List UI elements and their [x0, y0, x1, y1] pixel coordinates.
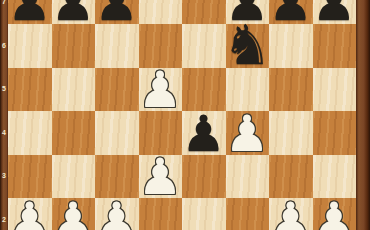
square-c5[interactable] — [95, 68, 139, 112]
square-e4[interactable]: ♟ — [182, 111, 226, 155]
rank-label-3: 3 — [0, 172, 8, 180]
square-a7[interactable]: ♟ — [8, 0, 52, 24]
square-a5[interactable] — [8, 68, 52, 112]
square-h4[interactable] — [313, 111, 357, 155]
white-pawn[interactable]: ♟ — [138, 152, 183, 202]
square-e2[interactable] — [182, 198, 226, 230]
square-a4[interactable] — [8, 111, 52, 155]
rank-label-6: 6 — [0, 42, 8, 50]
square-f3[interactable] — [226, 155, 270, 199]
square-c2[interactable]: ♟ — [95, 198, 139, 230]
square-d5[interactable]: ♟ — [139, 68, 183, 112]
square-d2[interactable] — [139, 198, 183, 230]
square-f4[interactable]: ♟ — [226, 111, 270, 155]
white-pawn[interactable]: ♟ — [7, 196, 52, 230]
square-f6[interactable]: ♞ — [226, 24, 270, 68]
square-g7[interactable]: ♟ — [269, 0, 313, 24]
white-pawn[interactable]: ♟ — [268, 196, 313, 230]
square-e7[interactable] — [182, 0, 226, 24]
chess-board: ♟♟♟♟♟♟♞♟♟♟♟♟♟♟♟♟ — [8, 0, 356, 230]
square-c4[interactable] — [95, 111, 139, 155]
rank-label-5: 5 — [0, 85, 8, 93]
square-d7[interactable] — [139, 0, 183, 24]
square-h7[interactable]: ♟ — [313, 0, 357, 24]
white-pawn[interactable]: ♟ — [51, 196, 96, 230]
square-f2[interactable] — [226, 198, 270, 230]
square-h2[interactable]: ♟ — [313, 198, 357, 230]
white-pawn[interactable]: ♟ — [312, 196, 357, 230]
square-a2[interactable]: ♟ — [8, 198, 52, 230]
square-b7[interactable]: ♟ — [52, 0, 96, 24]
square-g4[interactable] — [269, 111, 313, 155]
board-frame-left: 765432 — [0, 0, 8, 230]
square-h6[interactable] — [313, 24, 357, 68]
board-frame-right — [356, 0, 370, 230]
chess-board-view: ♟♟♟♟♟♟♞♟♟♟♟♟♟♟♟♟ 765432 — [0, 0, 370, 230]
square-g5[interactable] — [269, 68, 313, 112]
square-a6[interactable] — [8, 24, 52, 68]
black-pawn[interactable]: ♟ — [181, 109, 226, 159]
rank-label-4: 4 — [0, 129, 8, 137]
square-h5[interactable] — [313, 68, 357, 112]
square-b5[interactable] — [52, 68, 96, 112]
square-g2[interactable]: ♟ — [269, 198, 313, 230]
square-g6[interactable] — [269, 24, 313, 68]
rank-label-7: 7 — [0, 0, 8, 6]
square-c6[interactable] — [95, 24, 139, 68]
square-e6[interactable] — [182, 24, 226, 68]
square-b6[interactable] — [52, 24, 96, 68]
white-pawn[interactable]: ♟ — [225, 109, 270, 159]
square-c7[interactable]: ♟ — [95, 0, 139, 24]
square-d3[interactable]: ♟ — [139, 155, 183, 199]
square-b2[interactable]: ♟ — [52, 198, 96, 230]
square-b4[interactable] — [52, 111, 96, 155]
square-e3[interactable] — [182, 155, 226, 199]
white-pawn[interactable]: ♟ — [94, 196, 139, 230]
black-knight[interactable]: ♞ — [223, 18, 272, 73]
white-pawn[interactable]: ♟ — [138, 65, 183, 115]
rank-label-2: 2 — [0, 216, 8, 224]
